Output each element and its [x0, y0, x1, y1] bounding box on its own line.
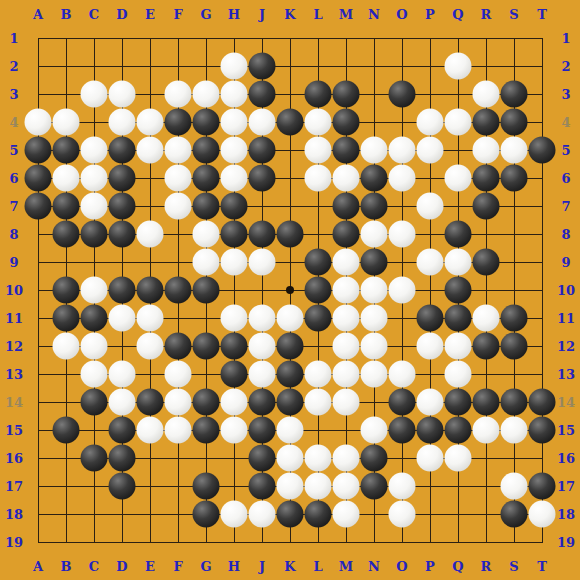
black-stone	[501, 165, 528, 192]
white-stone	[417, 445, 444, 472]
column-label-top: G	[200, 8, 211, 21]
white-stone	[81, 361, 108, 388]
white-stone	[221, 165, 248, 192]
black-stone	[109, 137, 136, 164]
black-stone	[529, 473, 556, 500]
white-stone	[333, 249, 360, 276]
row-label-left: 10	[5, 284, 23, 297]
white-stone	[333, 501, 360, 528]
row-label-right: 5	[561, 144, 570, 157]
white-stone	[445, 249, 472, 276]
black-stone	[165, 109, 192, 136]
white-stone	[277, 445, 304, 472]
black-stone	[445, 305, 472, 332]
black-stone	[249, 137, 276, 164]
white-stone	[137, 305, 164, 332]
white-stone	[249, 109, 276, 136]
black-stone	[333, 193, 360, 220]
white-stone	[305, 137, 332, 164]
white-stone	[221, 305, 248, 332]
white-stone	[361, 221, 388, 248]
black-stone	[333, 221, 360, 248]
white-stone	[417, 389, 444, 416]
black-stone	[389, 81, 416, 108]
black-stone	[389, 389, 416, 416]
row-label-left: 4	[9, 116, 18, 129]
column-label-bottom: C	[89, 560, 99, 573]
column-label-bottom: B	[61, 560, 72, 573]
black-stone	[193, 417, 220, 444]
white-stone	[81, 193, 108, 220]
black-stone	[81, 389, 108, 416]
row-label-left: 14	[5, 396, 23, 409]
column-label-bottom: F	[173, 560, 182, 573]
column-label-bottom: M	[339, 560, 353, 573]
white-stone	[361, 333, 388, 360]
row-label-right: 11	[557, 312, 575, 325]
white-stone	[109, 361, 136, 388]
column-label-top: A	[33, 8, 43, 21]
white-stone	[109, 389, 136, 416]
column-label-top: H	[228, 8, 240, 21]
column-label-bottom: O	[396, 560, 407, 573]
white-stone	[221, 109, 248, 136]
black-stone	[193, 165, 220, 192]
white-stone	[389, 221, 416, 248]
row-label-right: 7	[561, 200, 570, 213]
row-label-left: 18	[5, 508, 23, 521]
row-label-left: 9	[9, 256, 18, 269]
column-label-bottom: J	[259, 560, 265, 573]
white-stone	[221, 249, 248, 276]
black-stone	[305, 501, 332, 528]
black-stone	[193, 137, 220, 164]
column-label-bottom: E	[145, 560, 155, 573]
white-stone	[361, 417, 388, 444]
white-stone	[361, 305, 388, 332]
black-stone	[417, 305, 444, 332]
white-stone	[165, 361, 192, 388]
grid-line-vertical	[542, 38, 543, 543]
row-label-right: 13	[557, 368, 575, 381]
white-stone	[165, 81, 192, 108]
black-stone	[193, 333, 220, 360]
black-stone	[109, 473, 136, 500]
white-stone	[249, 361, 276, 388]
column-label-top: O	[396, 8, 407, 21]
black-stone	[221, 193, 248, 220]
column-label-bottom: P	[425, 560, 435, 573]
black-stone	[109, 165, 136, 192]
row-label-right: 15	[557, 424, 575, 437]
row-label-right: 14	[557, 396, 575, 409]
tengen-hoshi-dot	[286, 286, 294, 294]
white-stone	[193, 221, 220, 248]
column-label-top: B	[61, 8, 72, 21]
white-stone	[81, 333, 108, 360]
black-stone	[277, 333, 304, 360]
black-stone	[529, 137, 556, 164]
black-stone	[193, 501, 220, 528]
white-stone	[249, 501, 276, 528]
row-label-left: 16	[5, 452, 23, 465]
row-label-left: 7	[9, 200, 18, 213]
white-stone	[361, 277, 388, 304]
black-stone	[109, 193, 136, 220]
column-label-bottom: T	[537, 560, 547, 573]
go-board[interactable]: AABBCCDDEEFFGGHHJJKKLLMMNNOOPPQQRRSSTT11…	[0, 0, 580, 580]
white-stone	[333, 361, 360, 388]
white-stone	[333, 333, 360, 360]
row-label-right: 6	[561, 172, 570, 185]
white-stone	[109, 305, 136, 332]
white-stone	[417, 137, 444, 164]
white-stone	[389, 165, 416, 192]
white-stone	[137, 137, 164, 164]
white-stone	[305, 165, 332, 192]
black-stone	[53, 305, 80, 332]
white-stone	[445, 333, 472, 360]
row-label-right: 12	[557, 340, 575, 353]
white-stone	[501, 137, 528, 164]
white-stone	[417, 193, 444, 220]
black-stone	[25, 137, 52, 164]
column-label-top: S	[509, 8, 518, 21]
column-label-bottom: N	[368, 560, 380, 573]
black-stone	[53, 417, 80, 444]
column-label-bottom: D	[116, 560, 127, 573]
black-stone	[81, 221, 108, 248]
black-stone	[473, 165, 500, 192]
white-stone	[193, 81, 220, 108]
white-stone	[277, 417, 304, 444]
black-stone	[277, 221, 304, 248]
column-label-bottom: A	[33, 560, 43, 573]
black-stone	[529, 389, 556, 416]
black-stone	[445, 389, 472, 416]
black-stone	[249, 165, 276, 192]
black-stone	[221, 221, 248, 248]
black-stone	[25, 165, 52, 192]
white-stone	[53, 333, 80, 360]
white-stone	[165, 137, 192, 164]
row-label-left: 12	[5, 340, 23, 353]
white-stone	[25, 109, 52, 136]
white-stone	[473, 81, 500, 108]
black-stone	[193, 473, 220, 500]
white-stone	[529, 501, 556, 528]
black-stone	[361, 165, 388, 192]
black-stone	[529, 417, 556, 444]
white-stone	[473, 137, 500, 164]
white-stone	[137, 417, 164, 444]
black-stone	[53, 221, 80, 248]
column-label-top: R	[481, 8, 492, 21]
white-stone	[305, 389, 332, 416]
white-stone	[333, 305, 360, 332]
row-label-right: 19	[557, 536, 575, 549]
black-stone	[249, 221, 276, 248]
white-stone	[221, 53, 248, 80]
black-stone	[305, 81, 332, 108]
white-stone	[137, 221, 164, 248]
black-stone	[305, 277, 332, 304]
white-stone	[473, 305, 500, 332]
grid-line-horizontal	[38, 542, 543, 543]
black-stone	[333, 109, 360, 136]
row-label-left: 6	[9, 172, 18, 185]
row-label-right: 16	[557, 452, 575, 465]
white-stone	[81, 81, 108, 108]
white-stone	[109, 81, 136, 108]
white-stone	[221, 81, 248, 108]
black-stone	[333, 81, 360, 108]
row-label-right: 10	[557, 284, 575, 297]
white-stone	[165, 165, 192, 192]
black-stone	[473, 109, 500, 136]
white-stone	[445, 165, 472, 192]
black-stone	[165, 277, 192, 304]
row-label-left: 13	[5, 368, 23, 381]
black-stone	[109, 417, 136, 444]
white-stone	[53, 109, 80, 136]
white-stone	[305, 473, 332, 500]
column-label-top: N	[368, 8, 380, 21]
column-label-top: J	[259, 8, 265, 21]
black-stone	[193, 109, 220, 136]
white-stone	[53, 165, 80, 192]
column-label-top: T	[537, 8, 547, 21]
black-stone	[361, 445, 388, 472]
black-stone	[473, 249, 500, 276]
white-stone	[333, 389, 360, 416]
black-stone	[361, 193, 388, 220]
white-stone	[501, 417, 528, 444]
white-stone	[389, 501, 416, 528]
column-label-bottom: S	[509, 560, 518, 573]
black-stone	[445, 221, 472, 248]
row-label-right: 9	[561, 256, 570, 269]
white-stone	[361, 137, 388, 164]
white-stone	[137, 333, 164, 360]
black-stone	[501, 333, 528, 360]
white-stone	[361, 361, 388, 388]
white-stone	[333, 445, 360, 472]
white-stone	[333, 473, 360, 500]
row-label-right: 3	[561, 88, 570, 101]
black-stone	[193, 389, 220, 416]
black-stone	[249, 445, 276, 472]
black-stone	[137, 389, 164, 416]
white-stone	[81, 165, 108, 192]
black-stone	[53, 277, 80, 304]
white-stone	[221, 389, 248, 416]
white-stone	[109, 109, 136, 136]
black-stone	[361, 473, 388, 500]
black-stone	[193, 277, 220, 304]
black-stone	[445, 417, 472, 444]
white-stone	[389, 277, 416, 304]
black-stone	[137, 277, 164, 304]
black-stone	[333, 137, 360, 164]
white-stone	[81, 277, 108, 304]
black-stone	[277, 389, 304, 416]
white-stone	[277, 473, 304, 500]
white-stone	[249, 305, 276, 332]
white-stone	[165, 417, 192, 444]
white-stone	[417, 109, 444, 136]
black-stone	[109, 221, 136, 248]
column-label-bottom: H	[228, 560, 240, 573]
black-stone	[249, 389, 276, 416]
column-label-bottom: R	[481, 560, 492, 573]
black-stone	[221, 333, 248, 360]
column-label-bottom: Q	[452, 560, 463, 573]
row-label-right: 8	[561, 228, 570, 241]
white-stone	[165, 193, 192, 220]
white-stone	[389, 473, 416, 500]
column-label-top: L	[313, 8, 322, 21]
column-label-top: C	[89, 8, 99, 21]
black-stone	[193, 193, 220, 220]
black-stone	[473, 333, 500, 360]
row-label-right: 18	[557, 508, 575, 521]
row-label-right: 17	[557, 480, 575, 493]
row-label-left: 3	[9, 88, 18, 101]
column-label-bottom: G	[200, 560, 211, 573]
black-stone	[277, 109, 304, 136]
column-label-top: M	[339, 8, 353, 21]
black-stone	[165, 333, 192, 360]
white-stone	[445, 361, 472, 388]
column-label-bottom: K	[284, 560, 295, 573]
black-stone	[501, 81, 528, 108]
black-stone	[305, 305, 332, 332]
white-stone	[389, 137, 416, 164]
black-stone	[81, 445, 108, 472]
black-stone	[277, 361, 304, 388]
black-stone	[473, 389, 500, 416]
black-stone	[277, 501, 304, 528]
white-stone	[221, 417, 248, 444]
row-label-left: 17	[5, 480, 23, 493]
black-stone	[417, 417, 444, 444]
white-stone	[501, 473, 528, 500]
column-label-top: K	[284, 8, 295, 21]
row-label-left: 5	[9, 144, 18, 157]
black-stone	[305, 249, 332, 276]
white-stone	[81, 137, 108, 164]
black-stone	[249, 53, 276, 80]
white-stone	[305, 361, 332, 388]
column-label-top: F	[173, 8, 182, 21]
white-stone	[389, 361, 416, 388]
black-stone	[473, 193, 500, 220]
row-label-left: 1	[9, 32, 18, 45]
column-label-top: Q	[452, 8, 463, 21]
black-stone	[249, 81, 276, 108]
column-label-top: D	[116, 8, 127, 21]
white-stone	[249, 333, 276, 360]
white-stone	[305, 445, 332, 472]
white-stone	[333, 277, 360, 304]
black-stone	[361, 249, 388, 276]
white-stone	[137, 109, 164, 136]
white-stone	[445, 109, 472, 136]
black-stone	[53, 193, 80, 220]
black-stone	[109, 445, 136, 472]
black-stone	[501, 501, 528, 528]
white-stone	[249, 249, 276, 276]
white-stone	[445, 445, 472, 472]
black-stone	[501, 389, 528, 416]
black-stone	[501, 305, 528, 332]
white-stone	[445, 53, 472, 80]
white-stone	[221, 137, 248, 164]
white-stone	[333, 165, 360, 192]
white-stone	[221, 501, 248, 528]
white-stone	[417, 249, 444, 276]
row-label-left: 2	[9, 60, 18, 73]
white-stone	[165, 389, 192, 416]
white-stone	[417, 333, 444, 360]
row-label-left: 11	[5, 312, 23, 325]
black-stone	[221, 361, 248, 388]
black-stone	[249, 473, 276, 500]
row-label-left: 8	[9, 228, 18, 241]
black-stone	[501, 109, 528, 136]
row-label-left: 15	[5, 424, 23, 437]
white-stone	[277, 305, 304, 332]
white-stone	[305, 109, 332, 136]
black-stone	[389, 417, 416, 444]
black-stone	[109, 277, 136, 304]
row-label-right: 2	[561, 60, 570, 73]
white-stone	[473, 417, 500, 444]
black-stone	[25, 193, 52, 220]
column-label-bottom: L	[313, 560, 322, 573]
black-stone	[249, 417, 276, 444]
black-stone	[53, 137, 80, 164]
row-label-right: 4	[561, 116, 570, 129]
black-stone	[81, 305, 108, 332]
row-label-left: 19	[5, 536, 23, 549]
row-label-right: 1	[561, 32, 570, 45]
white-stone	[193, 249, 220, 276]
column-label-top: E	[145, 8, 155, 21]
black-stone	[445, 277, 472, 304]
column-label-top: P	[425, 8, 435, 21]
